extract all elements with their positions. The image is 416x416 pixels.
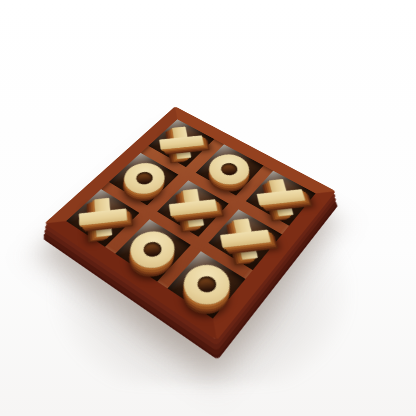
cell-r2c2[interactable]: [167, 251, 245, 318]
cell-r1c2[interactable]: [209, 209, 283, 270]
x-piece[interactable]: [249, 173, 313, 224]
x-piece-bar: [220, 229, 271, 247]
x-piece[interactable]: [69, 191, 136, 244]
cell-r1c1[interactable]: [157, 180, 228, 236]
x-piece-bar: [159, 135, 204, 149]
o-piece[interactable]: [201, 148, 257, 190]
o-piece[interactable]: [174, 257, 238, 312]
cell-r0c0[interactable]: [148, 119, 214, 167]
x-piece[interactable]: [212, 211, 280, 267]
x-piece[interactable]: [151, 121, 212, 165]
o-piece[interactable]: [122, 224, 184, 275]
cell-r0c1[interactable]: [195, 144, 263, 195]
x-piece-bar: [257, 189, 306, 205]
o-piece[interactable]: [115, 157, 172, 200]
x-piece-bar: [169, 199, 218, 216]
x-piece[interactable]: [160, 182, 226, 234]
photo-background: [0, 0, 416, 416]
cell-r2c1[interactable]: [115, 219, 190, 281]
cell-r1c0[interactable]: [109, 153, 178, 205]
cell-r0c2[interactable]: [246, 171, 316, 226]
